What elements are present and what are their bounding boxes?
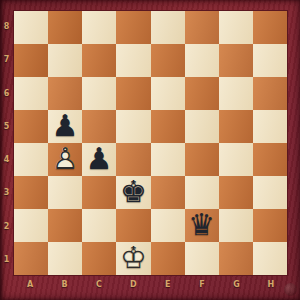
square-e6[interactable] (151, 77, 185, 110)
square-c5[interactable] (82, 110, 116, 143)
square-c2[interactable] (82, 209, 116, 242)
square-b8[interactable] (48, 11, 82, 44)
piece-outline-glyph: ♔ (120, 242, 147, 272)
square-a6[interactable] (14, 77, 48, 110)
square-f3[interactable] (185, 176, 219, 209)
black-king[interactable]: ♚ (116, 176, 150, 209)
rank-label-2: 2 (0, 210, 13, 243)
square-g5[interactable] (219, 110, 253, 143)
square-g7[interactable] (219, 44, 253, 77)
file-label-f: F (185, 276, 219, 300)
square-h5[interactable] (253, 110, 287, 143)
square-a8[interactable] (14, 11, 48, 44)
square-f1[interactable] (185, 242, 219, 275)
square-h2[interactable] (253, 209, 287, 242)
square-d3[interactable]: ♚ (116, 176, 150, 209)
square-a3[interactable] (14, 176, 48, 209)
file-label-d: D (116, 276, 150, 300)
file-label-a: A (13, 276, 47, 300)
square-d1[interactable]: ♚♔ (116, 242, 150, 275)
square-h1[interactable] (253, 242, 287, 275)
black-queen[interactable]: ♛ (185, 209, 219, 242)
square-g1[interactable] (219, 242, 253, 275)
square-e5[interactable] (151, 110, 185, 143)
black-pawn[interactable]: ♟ (82, 143, 116, 176)
square-h3[interactable] (253, 176, 287, 209)
file-label-c: C (82, 276, 116, 300)
square-d7[interactable] (116, 44, 150, 77)
square-d6[interactable] (116, 77, 150, 110)
square-b7[interactable] (48, 44, 82, 77)
square-h7[interactable] (253, 44, 287, 77)
white-king[interactable]: ♚♔ (116, 242, 150, 275)
square-a2[interactable] (14, 209, 48, 242)
square-c4[interactable]: ♟ (82, 143, 116, 176)
file-label-e: E (151, 276, 185, 300)
rank-label-4: 4 (0, 143, 13, 176)
square-c7[interactable] (82, 44, 116, 77)
rank-label-5: 5 (0, 110, 13, 143)
square-h6[interactable] (253, 77, 287, 110)
square-f5[interactable] (185, 110, 219, 143)
square-d2[interactable] (116, 209, 150, 242)
file-label-g: G (219, 276, 253, 300)
square-d8[interactable] (116, 11, 150, 44)
rank-label-3: 3 (0, 176, 13, 209)
piece-glyph: ♟ (52, 110, 79, 140)
square-g2[interactable] (219, 209, 253, 242)
square-c3[interactable] (82, 176, 116, 209)
square-b3[interactable] (48, 176, 82, 209)
square-h4[interactable] (253, 143, 287, 176)
rank-label-1: 1 (0, 243, 13, 276)
square-c1[interactable] (82, 242, 116, 275)
square-a4[interactable] (14, 143, 48, 176)
square-d4[interactable] (116, 143, 150, 176)
file-label-b: B (47, 276, 81, 300)
square-g3[interactable] (219, 176, 253, 209)
square-a1[interactable] (14, 242, 48, 275)
square-e1[interactable] (151, 242, 185, 275)
board: ♟♟♙♟♚♛♚♔ (13, 10, 288, 276)
square-f6[interactable] (185, 77, 219, 110)
piece-glyph: ♚ (120, 176, 147, 206)
white-pawn[interactable]: ♟♙ (48, 143, 82, 176)
rank-label-8: 8 (0, 10, 13, 43)
square-b1[interactable] (48, 242, 82, 275)
rank-labels: 87654321 (0, 10, 13, 276)
rank-label-7: 7 (0, 43, 13, 76)
square-b5[interactable]: ♟ (48, 110, 82, 143)
rank-label-6: 6 (0, 77, 13, 110)
square-c6[interactable] (82, 77, 116, 110)
square-e3[interactable] (151, 176, 185, 209)
square-b4[interactable]: ♟♙ (48, 143, 82, 176)
square-f2[interactable]: ♛ (185, 209, 219, 242)
piece-glyph: ♟ (86, 143, 113, 173)
square-a7[interactable] (14, 44, 48, 77)
black-pawn[interactable]: ♟ (48, 110, 82, 143)
square-c8[interactable] (82, 11, 116, 44)
square-f7[interactable] (185, 44, 219, 77)
board-frame: 87654321 ♟♟♙♟♚♛♚♔ ABCDEFGH (0, 0, 300, 300)
piece-outline-glyph: ♙ (52, 143, 79, 173)
square-g6[interactable] (219, 77, 253, 110)
square-f8[interactable] (185, 11, 219, 44)
square-e7[interactable] (151, 44, 185, 77)
square-b6[interactable] (48, 77, 82, 110)
square-e4[interactable] (151, 143, 185, 176)
square-g4[interactable] (219, 143, 253, 176)
square-e2[interactable] (151, 209, 185, 242)
square-d5[interactable] (116, 110, 150, 143)
file-labels: ABCDEFGH (13, 276, 288, 300)
square-g8[interactable] (219, 11, 253, 44)
square-b2[interactable] (48, 209, 82, 242)
square-a5[interactable] (14, 110, 48, 143)
file-label-h: H (254, 276, 288, 300)
corner-emblem (284, 283, 297, 296)
square-h8[interactable] (253, 11, 287, 44)
piece-glyph: ♛ (188, 209, 215, 239)
square-f4[interactable] (185, 143, 219, 176)
square-e8[interactable] (151, 11, 185, 44)
